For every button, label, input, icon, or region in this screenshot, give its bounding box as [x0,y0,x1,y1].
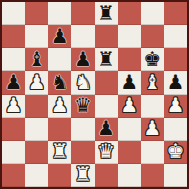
square-d4[interactable]: ♛ [71,95,94,118]
square-b2[interactable] [25,141,48,164]
piece-black-king: ♚ [143,49,161,69]
piece-black-pawn: ♟ [5,72,23,92]
square-e1[interactable] [95,164,118,187]
square-b8[interactable] [25,2,48,25]
square-g8[interactable] [141,2,164,25]
square-a6[interactable] [2,48,25,71]
square-g3[interactable]: ♟ [141,118,164,141]
piece-white-pawn: ♟ [51,95,69,115]
chess-board-frame: ♜♟♝♟♜♚♟♟♞♞♟♝♟♟♟♛♟♟♟♟♜♛♚♜ [0,0,189,189]
square-c7[interactable]: ♟ [48,25,71,48]
piece-black-queen: ♛ [74,95,92,115]
square-g2[interactable] [141,141,164,164]
square-d1[interactable]: ♜ [71,164,94,187]
square-d8[interactable] [71,2,94,25]
square-e2[interactable]: ♛ [95,141,118,164]
piece-black-pawn: ♟ [51,26,69,46]
piece-white-pawn: ♟ [143,118,161,138]
square-g6[interactable]: ♚ [141,48,164,71]
piece-black-pawn: ♟ [97,118,115,138]
square-f2[interactable] [118,141,141,164]
piece-black-knight: ♞ [51,72,69,92]
square-a1[interactable] [2,164,25,187]
square-a5[interactable]: ♟ [2,71,25,94]
square-d3[interactable] [71,118,94,141]
piece-white-rook: ♜ [74,164,92,184]
square-f3[interactable] [118,118,141,141]
square-d5[interactable]: ♞ [71,71,94,94]
square-e4[interactable] [95,95,118,118]
square-e5[interactable] [95,71,118,94]
square-h7[interactable] [164,25,187,48]
square-f7[interactable] [118,25,141,48]
square-c4[interactable]: ♟ [48,95,71,118]
square-c1[interactable] [48,164,71,187]
square-h6[interactable] [164,48,187,71]
square-g7[interactable] [141,25,164,48]
square-f4[interactable]: ♟ [118,95,141,118]
square-b1[interactable] [25,164,48,187]
square-h4[interactable]: ♟ [164,95,187,118]
square-b4[interactable] [25,95,48,118]
square-a8[interactable] [2,2,25,25]
piece-black-pawn: ♟ [74,49,92,69]
piece-black-rook: ♜ [97,3,115,23]
piece-white-pawn: ♟ [5,95,23,115]
square-h2[interactable]: ♚ [164,141,187,164]
square-b6[interactable]: ♝ [25,48,48,71]
square-b5[interactable]: ♟ [25,71,48,94]
square-e6[interactable]: ♜ [95,48,118,71]
piece-black-bishop: ♝ [28,49,46,69]
square-g1[interactable] [141,164,164,187]
square-c6[interactable] [48,48,71,71]
square-d2[interactable] [71,141,94,164]
square-a4[interactable]: ♟ [2,95,25,118]
square-g5[interactable]: ♝ [141,71,164,94]
square-b7[interactable] [25,25,48,48]
piece-black-rook: ♜ [97,49,115,69]
piece-white-king: ♚ [166,141,184,161]
piece-white-pawn: ♟ [166,95,184,115]
chess-board: ♜♟♝♟♜♚♟♟♞♞♟♝♟♟♟♛♟♟♟♟♜♛♚♜ [2,2,187,187]
square-h5[interactable]: ♟ [164,71,187,94]
square-b3[interactable] [25,118,48,141]
square-f8[interactable] [118,2,141,25]
square-c5[interactable]: ♞ [48,71,71,94]
square-d6[interactable]: ♟ [71,48,94,71]
piece-black-pawn: ♟ [120,72,138,92]
square-f1[interactable] [118,164,141,187]
piece-white-rook: ♜ [51,141,69,161]
square-d7[interactable] [71,25,94,48]
piece-white-knight: ♞ [74,72,92,92]
square-f5[interactable]: ♟ [118,71,141,94]
square-e7[interactable] [95,25,118,48]
square-e8[interactable]: ♜ [95,2,118,25]
piece-white-bishop: ♝ [143,72,161,92]
square-h8[interactable] [164,2,187,25]
square-g4[interactable] [141,95,164,118]
square-a2[interactable] [2,141,25,164]
piece-white-pawn: ♟ [28,72,46,92]
square-c2[interactable]: ♜ [48,141,71,164]
square-e3[interactable]: ♟ [95,118,118,141]
piece-white-pawn: ♟ [120,95,138,115]
square-a7[interactable] [2,25,25,48]
piece-white-queen: ♛ [97,141,115,161]
square-h3[interactable] [164,118,187,141]
square-c3[interactable] [48,118,71,141]
piece-black-pawn: ♟ [166,72,184,92]
square-f6[interactable] [118,48,141,71]
square-c8[interactable] [48,2,71,25]
square-a3[interactable] [2,118,25,141]
square-h1[interactable] [164,164,187,187]
